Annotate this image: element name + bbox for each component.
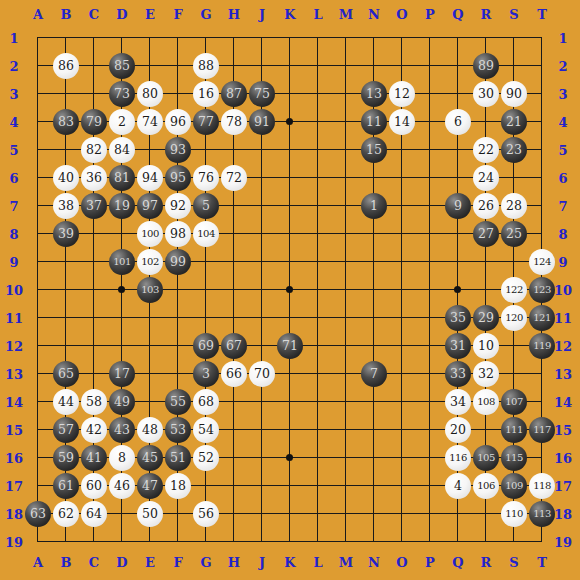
intersection-E13[interactable] bbox=[136, 360, 164, 388]
intersection-K6[interactable] bbox=[276, 164, 304, 192]
intersection-O18[interactable] bbox=[388, 500, 416, 528]
intersection-C15[interactable]: 42 bbox=[80, 416, 108, 444]
intersection-A6[interactable] bbox=[24, 164, 52, 192]
intersection-M18[interactable] bbox=[332, 500, 360, 528]
intersection-R14[interactable]: 108 bbox=[472, 388, 500, 416]
intersection-C3[interactable] bbox=[80, 80, 108, 108]
intersection-B2[interactable]: 86 bbox=[52, 52, 80, 80]
intersection-F5[interactable]: 93 bbox=[164, 136, 192, 164]
intersection-E6[interactable]: 94 bbox=[136, 164, 164, 192]
intersection-T16[interactable] bbox=[528, 444, 556, 472]
intersection-R12[interactable]: 10 bbox=[472, 332, 500, 360]
intersection-E8[interactable]: 100 bbox=[136, 220, 164, 248]
intersection-J3[interactable]: 75 bbox=[248, 80, 276, 108]
intersection-O15[interactable] bbox=[388, 416, 416, 444]
intersection-F15[interactable]: 53 bbox=[164, 416, 192, 444]
intersection-M4[interactable] bbox=[332, 108, 360, 136]
intersection-R11[interactable]: 29 bbox=[472, 304, 500, 332]
intersection-D17[interactable]: 46 bbox=[108, 472, 136, 500]
intersection-O1[interactable] bbox=[388, 24, 416, 52]
intersection-P9[interactable] bbox=[416, 248, 444, 276]
intersection-D9[interactable]: 101 bbox=[108, 248, 136, 276]
intersection-R18[interactable] bbox=[472, 500, 500, 528]
intersection-L14[interactable] bbox=[304, 388, 332, 416]
intersection-F17[interactable]: 18 bbox=[164, 472, 192, 500]
intersection-M16[interactable] bbox=[332, 444, 360, 472]
intersection-P8[interactable] bbox=[416, 220, 444, 248]
intersection-F4[interactable]: 96 bbox=[164, 108, 192, 136]
intersection-H1[interactable] bbox=[220, 24, 248, 52]
intersection-S7[interactable]: 28 bbox=[500, 192, 528, 220]
intersection-T10[interactable]: 123 bbox=[528, 276, 556, 304]
intersection-E14[interactable] bbox=[136, 388, 164, 416]
intersection-H6[interactable]: 72 bbox=[220, 164, 248, 192]
intersection-F16[interactable]: 51 bbox=[164, 444, 192, 472]
intersection-R4[interactable] bbox=[472, 108, 500, 136]
intersection-G7[interactable]: 5 bbox=[192, 192, 220, 220]
intersection-T4[interactable] bbox=[528, 108, 556, 136]
intersection-R17[interactable]: 106 bbox=[472, 472, 500, 500]
intersection-A4[interactable] bbox=[24, 108, 52, 136]
intersection-Q15[interactable]: 20 bbox=[444, 416, 472, 444]
intersection-O2[interactable] bbox=[388, 52, 416, 80]
intersection-B10[interactable] bbox=[52, 276, 80, 304]
intersection-L15[interactable] bbox=[304, 416, 332, 444]
intersection-K3[interactable] bbox=[276, 80, 304, 108]
intersection-K4[interactable] bbox=[276, 108, 304, 136]
intersection-K15[interactable] bbox=[276, 416, 304, 444]
intersection-O14[interactable] bbox=[388, 388, 416, 416]
intersection-M8[interactable] bbox=[332, 220, 360, 248]
intersection-Q18[interactable] bbox=[444, 500, 472, 528]
intersection-H5[interactable] bbox=[220, 136, 248, 164]
intersection-G5[interactable] bbox=[192, 136, 220, 164]
intersection-R10[interactable] bbox=[472, 276, 500, 304]
intersection-R2[interactable]: 89 bbox=[472, 52, 500, 80]
intersection-N1[interactable] bbox=[360, 24, 388, 52]
intersection-P2[interactable] bbox=[416, 52, 444, 80]
intersection-O4[interactable]: 14 bbox=[388, 108, 416, 136]
intersection-S3[interactable]: 90 bbox=[500, 80, 528, 108]
intersection-C18[interactable]: 64 bbox=[80, 500, 108, 528]
intersection-O5[interactable] bbox=[388, 136, 416, 164]
intersection-D2[interactable]: 85 bbox=[108, 52, 136, 80]
intersection-A16[interactable] bbox=[24, 444, 52, 472]
intersection-T5[interactable] bbox=[528, 136, 556, 164]
intersection-Q9[interactable] bbox=[444, 248, 472, 276]
intersection-K18[interactable] bbox=[276, 500, 304, 528]
intersection-S19[interactable] bbox=[500, 528, 528, 556]
intersection-N9[interactable] bbox=[360, 248, 388, 276]
intersection-E3[interactable]: 80 bbox=[136, 80, 164, 108]
intersection-P15[interactable] bbox=[416, 416, 444, 444]
intersection-P10[interactable] bbox=[416, 276, 444, 304]
intersection-C14[interactable]: 58 bbox=[80, 388, 108, 416]
intersection-J15[interactable] bbox=[248, 416, 276, 444]
intersection-L8[interactable] bbox=[304, 220, 332, 248]
intersection-S6[interactable] bbox=[500, 164, 528, 192]
intersection-T17[interactable]: 118 bbox=[528, 472, 556, 500]
intersection-S15[interactable]: 111 bbox=[500, 416, 528, 444]
intersection-Q4[interactable]: 6 bbox=[444, 108, 472, 136]
intersection-M19[interactable] bbox=[332, 528, 360, 556]
intersection-S11[interactable]: 120 bbox=[500, 304, 528, 332]
intersection-G18[interactable]: 56 bbox=[192, 500, 220, 528]
intersection-B8[interactable]: 39 bbox=[52, 220, 80, 248]
intersection-O12[interactable] bbox=[388, 332, 416, 360]
intersection-D8[interactable] bbox=[108, 220, 136, 248]
intersection-J7[interactable] bbox=[248, 192, 276, 220]
intersection-O11[interactable] bbox=[388, 304, 416, 332]
intersection-E15[interactable]: 48 bbox=[136, 416, 164, 444]
intersection-A8[interactable] bbox=[24, 220, 52, 248]
intersection-C10[interactable] bbox=[80, 276, 108, 304]
intersection-F8[interactable]: 98 bbox=[164, 220, 192, 248]
intersection-T2[interactable] bbox=[528, 52, 556, 80]
intersection-D5[interactable]: 84 bbox=[108, 136, 136, 164]
intersection-R15[interactable] bbox=[472, 416, 500, 444]
intersection-K16[interactable] bbox=[276, 444, 304, 472]
intersection-N3[interactable]: 13 bbox=[360, 80, 388, 108]
intersection-M5[interactable] bbox=[332, 136, 360, 164]
intersection-C16[interactable]: 41 bbox=[80, 444, 108, 472]
intersection-P13[interactable] bbox=[416, 360, 444, 388]
intersection-M6[interactable] bbox=[332, 164, 360, 192]
intersection-E11[interactable] bbox=[136, 304, 164, 332]
intersection-A13[interactable] bbox=[24, 360, 52, 388]
intersection-N2[interactable] bbox=[360, 52, 388, 80]
intersection-G19[interactable] bbox=[192, 528, 220, 556]
intersection-T19[interactable] bbox=[528, 528, 556, 556]
intersection-T3[interactable] bbox=[528, 80, 556, 108]
intersection-A3[interactable] bbox=[24, 80, 52, 108]
intersection-N13[interactable]: 7 bbox=[360, 360, 388, 388]
intersection-D3[interactable]: 73 bbox=[108, 80, 136, 108]
intersection-H10[interactable] bbox=[220, 276, 248, 304]
intersection-B16[interactable]: 59 bbox=[52, 444, 80, 472]
intersection-D10[interactable] bbox=[108, 276, 136, 304]
intersection-T13[interactable] bbox=[528, 360, 556, 388]
intersection-C8[interactable] bbox=[80, 220, 108, 248]
intersection-S12[interactable] bbox=[500, 332, 528, 360]
intersection-E17[interactable]: 47 bbox=[136, 472, 164, 500]
intersection-N16[interactable] bbox=[360, 444, 388, 472]
intersection-P6[interactable] bbox=[416, 164, 444, 192]
intersection-C4[interactable]: 79 bbox=[80, 108, 108, 136]
intersection-K14[interactable] bbox=[276, 388, 304, 416]
intersection-L9[interactable] bbox=[304, 248, 332, 276]
intersection-A1[interactable] bbox=[24, 24, 52, 52]
intersection-B7[interactable]: 38 bbox=[52, 192, 80, 220]
intersection-K8[interactable] bbox=[276, 220, 304, 248]
intersection-F10[interactable] bbox=[164, 276, 192, 304]
intersection-P18[interactable] bbox=[416, 500, 444, 528]
intersection-S14[interactable]: 107 bbox=[500, 388, 528, 416]
intersection-B1[interactable] bbox=[52, 24, 80, 52]
intersection-L5[interactable] bbox=[304, 136, 332, 164]
intersection-G17[interactable] bbox=[192, 472, 220, 500]
intersection-R9[interactable] bbox=[472, 248, 500, 276]
intersection-N10[interactable] bbox=[360, 276, 388, 304]
intersection-A18[interactable]: 63 bbox=[24, 500, 52, 528]
intersection-R5[interactable]: 22 bbox=[472, 136, 500, 164]
intersection-B11[interactable] bbox=[52, 304, 80, 332]
intersection-L3[interactable] bbox=[304, 80, 332, 108]
intersection-M11[interactable] bbox=[332, 304, 360, 332]
intersection-N15[interactable] bbox=[360, 416, 388, 444]
intersection-B13[interactable]: 65 bbox=[52, 360, 80, 388]
intersection-K12[interactable]: 71 bbox=[276, 332, 304, 360]
intersection-Q5[interactable] bbox=[444, 136, 472, 164]
intersection-Q10[interactable] bbox=[444, 276, 472, 304]
intersection-J16[interactable] bbox=[248, 444, 276, 472]
intersection-F18[interactable] bbox=[164, 500, 192, 528]
intersection-H19[interactable] bbox=[220, 528, 248, 556]
intersection-J14[interactable] bbox=[248, 388, 276, 416]
intersection-D19[interactable] bbox=[108, 528, 136, 556]
intersection-M17[interactable] bbox=[332, 472, 360, 500]
intersection-P4[interactable] bbox=[416, 108, 444, 136]
intersection-O6[interactable] bbox=[388, 164, 416, 192]
intersection-K10[interactable] bbox=[276, 276, 304, 304]
intersection-F13[interactable] bbox=[164, 360, 192, 388]
intersection-J4[interactable]: 91 bbox=[248, 108, 276, 136]
intersection-D6[interactable]: 81 bbox=[108, 164, 136, 192]
intersection-O9[interactable] bbox=[388, 248, 416, 276]
intersection-L2[interactable] bbox=[304, 52, 332, 80]
intersection-T6[interactable] bbox=[528, 164, 556, 192]
intersection-J19[interactable] bbox=[248, 528, 276, 556]
intersection-G11[interactable] bbox=[192, 304, 220, 332]
intersection-H3[interactable]: 87 bbox=[220, 80, 248, 108]
intersection-N19[interactable] bbox=[360, 528, 388, 556]
intersection-B15[interactable]: 57 bbox=[52, 416, 80, 444]
intersection-O3[interactable]: 12 bbox=[388, 80, 416, 108]
intersection-B3[interactable] bbox=[52, 80, 80, 108]
intersection-C13[interactable] bbox=[80, 360, 108, 388]
intersection-N4[interactable]: 11 bbox=[360, 108, 388, 136]
intersection-J1[interactable] bbox=[248, 24, 276, 52]
intersection-F6[interactable]: 95 bbox=[164, 164, 192, 192]
intersection-S5[interactable]: 23 bbox=[500, 136, 528, 164]
intersection-E4[interactable]: 74 bbox=[136, 108, 164, 136]
intersection-D4[interactable]: 2 bbox=[108, 108, 136, 136]
intersection-D11[interactable] bbox=[108, 304, 136, 332]
intersection-O17[interactable] bbox=[388, 472, 416, 500]
intersection-J2[interactable] bbox=[248, 52, 276, 80]
intersection-J6[interactable] bbox=[248, 164, 276, 192]
intersection-A5[interactable] bbox=[24, 136, 52, 164]
intersection-G3[interactable]: 16 bbox=[192, 80, 220, 108]
intersection-O7[interactable] bbox=[388, 192, 416, 220]
intersection-H16[interactable] bbox=[220, 444, 248, 472]
intersection-N8[interactable] bbox=[360, 220, 388, 248]
intersection-T11[interactable]: 121 bbox=[528, 304, 556, 332]
intersection-R13[interactable]: 32 bbox=[472, 360, 500, 388]
intersection-O13[interactable] bbox=[388, 360, 416, 388]
intersection-Q2[interactable] bbox=[444, 52, 472, 80]
intersection-G9[interactable] bbox=[192, 248, 220, 276]
intersection-N7[interactable]: 1 bbox=[360, 192, 388, 220]
intersection-N11[interactable] bbox=[360, 304, 388, 332]
intersection-H7[interactable] bbox=[220, 192, 248, 220]
intersection-H11[interactable] bbox=[220, 304, 248, 332]
intersection-M7[interactable] bbox=[332, 192, 360, 220]
intersection-M2[interactable] bbox=[332, 52, 360, 80]
intersection-M10[interactable] bbox=[332, 276, 360, 304]
intersection-Q19[interactable] bbox=[444, 528, 472, 556]
intersection-L1[interactable] bbox=[304, 24, 332, 52]
intersection-G6[interactable]: 76 bbox=[192, 164, 220, 192]
intersection-T18[interactable]: 113 bbox=[528, 500, 556, 528]
intersection-D13[interactable]: 17 bbox=[108, 360, 136, 388]
intersection-S1[interactable] bbox=[500, 24, 528, 52]
intersection-R6[interactable]: 24 bbox=[472, 164, 500, 192]
intersection-B19[interactable] bbox=[52, 528, 80, 556]
intersection-E2[interactable] bbox=[136, 52, 164, 80]
intersection-N5[interactable]: 15 bbox=[360, 136, 388, 164]
intersection-R7[interactable]: 26 bbox=[472, 192, 500, 220]
intersection-B14[interactable]: 44 bbox=[52, 388, 80, 416]
intersection-S13[interactable] bbox=[500, 360, 528, 388]
intersection-Q13[interactable]: 33 bbox=[444, 360, 472, 388]
intersection-Q1[interactable] bbox=[444, 24, 472, 52]
intersection-E19[interactable] bbox=[136, 528, 164, 556]
intersection-C7[interactable]: 37 bbox=[80, 192, 108, 220]
intersection-T9[interactable]: 124 bbox=[528, 248, 556, 276]
intersection-Q16[interactable]: 116 bbox=[444, 444, 472, 472]
intersection-P16[interactable] bbox=[416, 444, 444, 472]
intersection-A15[interactable] bbox=[24, 416, 52, 444]
intersection-O16[interactable] bbox=[388, 444, 416, 472]
intersection-F14[interactable]: 55 bbox=[164, 388, 192, 416]
intersection-G1[interactable] bbox=[192, 24, 220, 52]
intersection-K19[interactable] bbox=[276, 528, 304, 556]
intersection-J9[interactable] bbox=[248, 248, 276, 276]
intersection-B6[interactable]: 40 bbox=[52, 164, 80, 192]
intersection-L4[interactable] bbox=[304, 108, 332, 136]
intersection-J18[interactable] bbox=[248, 500, 276, 528]
intersection-R16[interactable]: 105 bbox=[472, 444, 500, 472]
intersection-F3[interactable] bbox=[164, 80, 192, 108]
intersection-L13[interactable] bbox=[304, 360, 332, 388]
intersection-F1[interactable] bbox=[164, 24, 192, 52]
intersection-E16[interactable]: 45 bbox=[136, 444, 164, 472]
intersection-K2[interactable] bbox=[276, 52, 304, 80]
intersection-P12[interactable] bbox=[416, 332, 444, 360]
intersection-R3[interactable]: 30 bbox=[472, 80, 500, 108]
intersection-H17[interactable] bbox=[220, 472, 248, 500]
intersection-C5[interactable]: 82 bbox=[80, 136, 108, 164]
intersection-M1[interactable] bbox=[332, 24, 360, 52]
intersection-P1[interactable] bbox=[416, 24, 444, 52]
intersection-D1[interactable] bbox=[108, 24, 136, 52]
intersection-Q7[interactable]: 9 bbox=[444, 192, 472, 220]
intersection-T14[interactable] bbox=[528, 388, 556, 416]
intersection-H14[interactable] bbox=[220, 388, 248, 416]
intersection-B18[interactable]: 62 bbox=[52, 500, 80, 528]
intersection-L12[interactable] bbox=[304, 332, 332, 360]
intersection-N17[interactable] bbox=[360, 472, 388, 500]
intersection-J10[interactable] bbox=[248, 276, 276, 304]
intersection-G10[interactable] bbox=[192, 276, 220, 304]
intersection-K11[interactable] bbox=[276, 304, 304, 332]
intersection-A2[interactable] bbox=[24, 52, 52, 80]
intersection-Q3[interactable] bbox=[444, 80, 472, 108]
intersection-C1[interactable] bbox=[80, 24, 108, 52]
intersection-N18[interactable] bbox=[360, 500, 388, 528]
intersection-K1[interactable] bbox=[276, 24, 304, 52]
intersection-G12[interactable]: 69 bbox=[192, 332, 220, 360]
intersection-F7[interactable]: 92 bbox=[164, 192, 192, 220]
intersection-D15[interactable]: 43 bbox=[108, 416, 136, 444]
intersection-L19[interactable] bbox=[304, 528, 332, 556]
intersection-G15[interactable]: 54 bbox=[192, 416, 220, 444]
intersection-H4[interactable]: 78 bbox=[220, 108, 248, 136]
intersection-C11[interactable] bbox=[80, 304, 108, 332]
intersection-O8[interactable] bbox=[388, 220, 416, 248]
intersection-L7[interactable] bbox=[304, 192, 332, 220]
intersection-D16[interactable]: 8 bbox=[108, 444, 136, 472]
intersection-A19[interactable] bbox=[24, 528, 52, 556]
intersection-A17[interactable] bbox=[24, 472, 52, 500]
intersection-G8[interactable]: 104 bbox=[192, 220, 220, 248]
intersection-A14[interactable] bbox=[24, 388, 52, 416]
intersection-S18[interactable]: 110 bbox=[500, 500, 528, 528]
intersection-C6[interactable]: 36 bbox=[80, 164, 108, 192]
intersection-P7[interactable] bbox=[416, 192, 444, 220]
intersection-A11[interactable] bbox=[24, 304, 52, 332]
intersection-S4[interactable]: 21 bbox=[500, 108, 528, 136]
intersection-S9[interactable] bbox=[500, 248, 528, 276]
intersection-K7[interactable] bbox=[276, 192, 304, 220]
intersection-L10[interactable] bbox=[304, 276, 332, 304]
intersection-A12[interactable] bbox=[24, 332, 52, 360]
intersection-F19[interactable] bbox=[164, 528, 192, 556]
intersection-J8[interactable] bbox=[248, 220, 276, 248]
intersection-D14[interactable]: 49 bbox=[108, 388, 136, 416]
intersection-P3[interactable] bbox=[416, 80, 444, 108]
intersection-O19[interactable] bbox=[388, 528, 416, 556]
intersection-K9[interactable] bbox=[276, 248, 304, 276]
intersection-N12[interactable] bbox=[360, 332, 388, 360]
intersection-B9[interactable] bbox=[52, 248, 80, 276]
intersection-H12[interactable]: 67 bbox=[220, 332, 248, 360]
intersection-G2[interactable]: 88 bbox=[192, 52, 220, 80]
intersection-L16[interactable] bbox=[304, 444, 332, 472]
intersection-B17[interactable]: 61 bbox=[52, 472, 80, 500]
intersection-Q17[interactable]: 4 bbox=[444, 472, 472, 500]
intersection-J13[interactable]: 70 bbox=[248, 360, 276, 388]
intersection-K17[interactable] bbox=[276, 472, 304, 500]
intersection-P17[interactable] bbox=[416, 472, 444, 500]
intersection-L18[interactable] bbox=[304, 500, 332, 528]
intersection-S8[interactable]: 25 bbox=[500, 220, 528, 248]
intersection-D7[interactable]: 19 bbox=[108, 192, 136, 220]
intersection-D12[interactable] bbox=[108, 332, 136, 360]
intersection-M13[interactable] bbox=[332, 360, 360, 388]
intersection-J11[interactable] bbox=[248, 304, 276, 332]
intersection-T7[interactable] bbox=[528, 192, 556, 220]
intersection-E10[interactable]: 103 bbox=[136, 276, 164, 304]
intersection-H2[interactable] bbox=[220, 52, 248, 80]
intersection-G13[interactable]: 3 bbox=[192, 360, 220, 388]
intersection-E12[interactable] bbox=[136, 332, 164, 360]
intersection-Q6[interactable] bbox=[444, 164, 472, 192]
intersection-E9[interactable]: 102 bbox=[136, 248, 164, 276]
intersection-P11[interactable] bbox=[416, 304, 444, 332]
intersection-F11[interactable] bbox=[164, 304, 192, 332]
